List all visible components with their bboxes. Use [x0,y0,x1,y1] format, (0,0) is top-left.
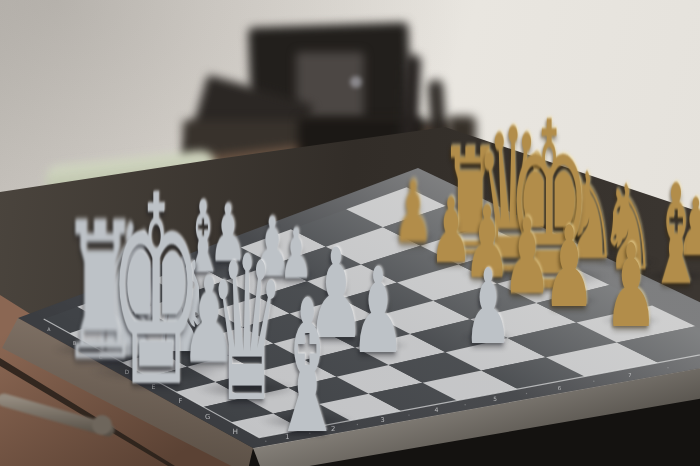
chess-piece-silver-pawn: ♟ [350,252,405,370]
chess-pieces: ♟♟♜♟♞♟♟♛♞♝♟♟♟♝♚♟♟♟♟♟♞♟♞♜♟♚♛♝ [0,0,700,466]
chess-piece-silver-pawn: ♟ [464,255,512,359]
chess-photo-scene: ABCDEFGH12345678 ♟♟♜♟♞♟♟♛♞♝♟♟♟♝♚♟♟♟♟♟♞♟♞… [0,0,700,466]
chess-piece-silver-king: ♚ [109,162,203,424]
chess-piece-gold-pawn: ♟ [543,211,595,323]
chess-piece-gold-pawn: ♟ [604,229,658,344]
chess-piece-silver-bishop: ♝ [270,275,344,459]
